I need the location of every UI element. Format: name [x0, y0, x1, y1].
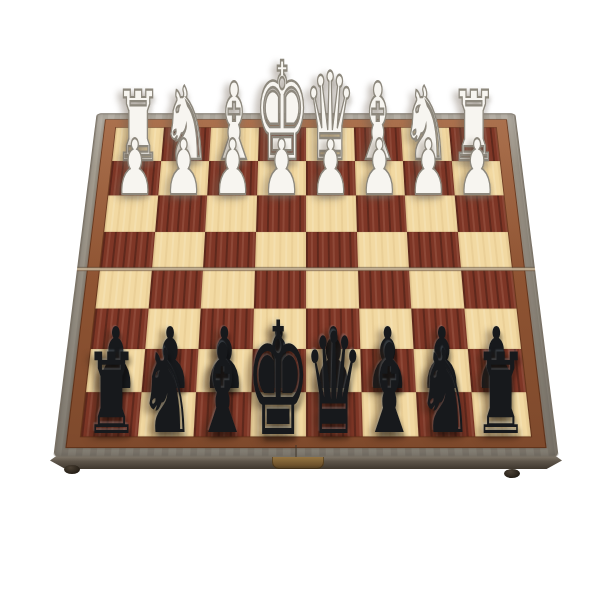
square-f5 — [201, 269, 255, 308]
square-e8 — [250, 392, 306, 437]
square-d6 — [306, 308, 360, 349]
square-e7 — [251, 349, 306, 392]
square-d8 — [306, 392, 362, 437]
square-f7 — [196, 349, 252, 392]
chess-set-photo: ♜♞♝♚♛♝♞♜♟♟♟♟♟♟♟♟♟♟♟♟♟♟♟♟♜♞♝♚♛♝♞♜ — [0, 0, 600, 600]
case-clasp — [272, 456, 324, 469]
square-c7 — [360, 349, 416, 392]
square-c4 — [356, 231, 409, 269]
square-g7 — [141, 349, 198, 392]
square-g5 — [148, 269, 203, 308]
square-b1 — [401, 128, 451, 161]
square-e1 — [258, 128, 306, 161]
square-d3 — [306, 195, 356, 231]
square-g4 — [152, 231, 206, 269]
square-c6 — [359, 308, 414, 349]
square-h1 — [112, 128, 163, 161]
square-e6 — [252, 308, 306, 349]
square-b7 — [414, 349, 471, 392]
square-d1 — [306, 128, 354, 161]
square-g1 — [161, 128, 211, 161]
square-d7 — [306, 349, 361, 392]
clasp-seam-mark — [295, 445, 297, 457]
square-a2 — [451, 161, 503, 196]
square-e3 — [256, 195, 306, 231]
square-c8 — [361, 392, 419, 437]
square-b2 — [403, 161, 454, 196]
square-e4 — [255, 231, 307, 269]
case-foot-right — [504, 469, 520, 478]
square-h7 — [86, 349, 145, 392]
square-a1 — [448, 128, 499, 161]
square-e2 — [257, 161, 306, 196]
square-f2 — [207, 161, 257, 196]
square-f3 — [205, 195, 256, 231]
square-h6 — [91, 308, 148, 349]
square-h4 — [100, 231, 155, 269]
square-b4 — [407, 231, 461, 269]
square-h2 — [108, 161, 160, 196]
square-f4 — [203, 231, 256, 269]
square-g8 — [137, 392, 196, 437]
square-h5 — [96, 269, 152, 308]
square-g6 — [145, 308, 201, 349]
square-f8 — [194, 392, 252, 437]
case-foot-left — [64, 465, 80, 474]
square-b3 — [405, 195, 457, 231]
square-c1 — [353, 128, 402, 161]
square-a6 — [464, 308, 521, 349]
square-d5 — [306, 269, 359, 308]
board-grid — [81, 128, 531, 437]
chess-board — [53, 113, 558, 457]
square-d4 — [306, 231, 358, 269]
square-a8 — [471, 392, 531, 437]
square-d2 — [306, 161, 355, 196]
square-g2 — [158, 161, 209, 196]
square-a7 — [467, 349, 526, 392]
square-a3 — [454, 195, 507, 231]
board-border — [65, 119, 546, 448]
square-c3 — [355, 195, 406, 231]
square-a4 — [457, 231, 512, 269]
square-c2 — [354, 161, 404, 196]
square-h8 — [81, 392, 141, 437]
square-b6 — [411, 308, 467, 349]
square-b5 — [409, 269, 464, 308]
square-g3 — [155, 195, 207, 231]
square-a5 — [461, 269, 517, 308]
square-f1 — [209, 128, 258, 161]
square-e5 — [253, 269, 306, 308]
square-b8 — [416, 392, 475, 437]
square-c5 — [358, 269, 412, 308]
square-h3 — [104, 195, 157, 231]
square-f6 — [198, 308, 253, 349]
